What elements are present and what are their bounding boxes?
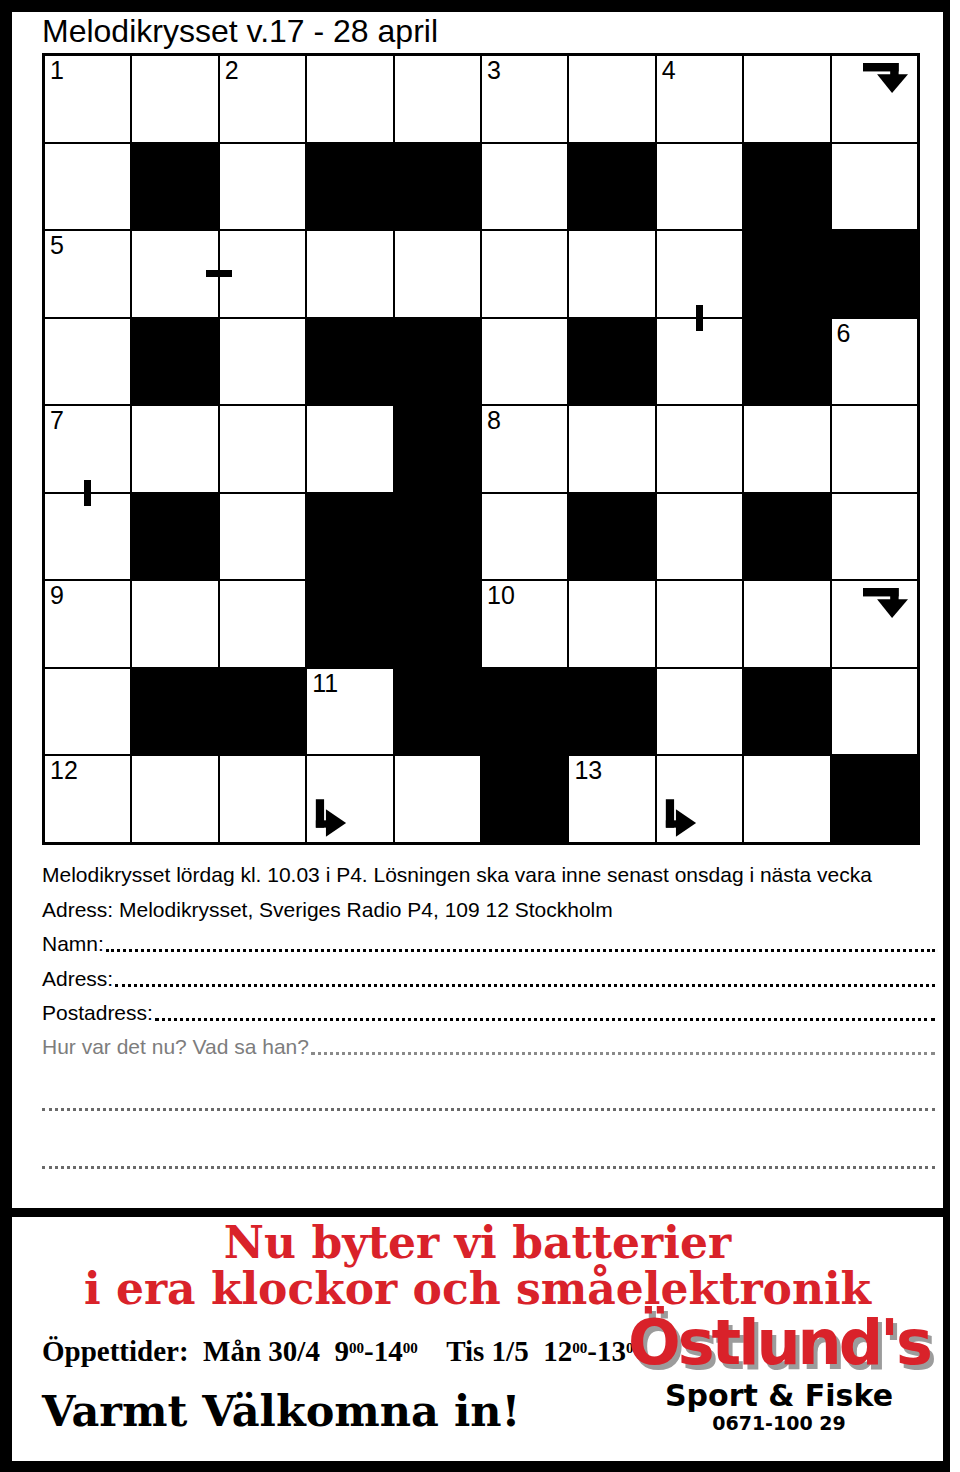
name-dotted-line[interactable] bbox=[106, 931, 935, 952]
word-divider bbox=[206, 270, 232, 277]
question-dotted-line[interactable] bbox=[311, 1034, 935, 1055]
cell-r5c7[interactable] bbox=[568, 405, 655, 493]
ad-separator-line bbox=[12, 1208, 943, 1217]
cell-r6c5-black bbox=[394, 493, 481, 581]
cell-r1c7[interactable] bbox=[568, 55, 655, 143]
cell-r3c1[interactable]: 5 bbox=[44, 230, 131, 318]
cell-r1c9[interactable] bbox=[743, 55, 830, 143]
answer-dotted-line-1[interactable] bbox=[42, 1082, 935, 1111]
opening-hours: Öppettider: Mån 30/4 900-1400 Tis 1/5 12… bbox=[42, 1335, 641, 1368]
cell-r2c5-black bbox=[394, 143, 481, 231]
cell-r3c6[interactable] bbox=[481, 230, 568, 318]
cell-r8c5-black bbox=[394, 668, 481, 756]
cell-r3c9-black bbox=[743, 230, 830, 318]
question-label: Hur var det nu? Vad sa han? bbox=[42, 1034, 309, 1060]
store-logo-name: Östlund's bbox=[628, 1308, 930, 1378]
page-border-top bbox=[0, 0, 950, 12]
cell-r4c10[interactable]: 6 bbox=[831, 318, 918, 406]
cell-r2c3[interactable] bbox=[219, 143, 306, 231]
cell-r8c6-black bbox=[481, 668, 568, 756]
cell-r3c3[interactable] bbox=[219, 230, 306, 318]
cell-r7c2[interactable] bbox=[131, 580, 218, 668]
cell-r8c3-black bbox=[219, 668, 306, 756]
cell-r8c1[interactable] bbox=[44, 668, 131, 756]
crossword-grid: 12345678910111213 bbox=[42, 53, 920, 845]
cell-r9c6-black bbox=[481, 755, 568, 843]
cell-r5c9[interactable] bbox=[743, 405, 830, 493]
cell-r9c8[interactable] bbox=[656, 755, 743, 843]
postal-address-text: Adress: Melodikrysset, Sveriges Radio P4… bbox=[42, 897, 935, 923]
clue-number-12: 12 bbox=[50, 758, 78, 783]
clue-number-8: 8 bbox=[487, 408, 501, 433]
cell-r4c8[interactable] bbox=[656, 318, 743, 406]
clue-number-6: 6 bbox=[837, 321, 851, 346]
cell-r1c5[interactable] bbox=[394, 55, 481, 143]
page-border-left bbox=[0, 0, 12, 1472]
clue-number-5: 5 bbox=[50, 233, 64, 258]
cell-r1c2[interactable] bbox=[131, 55, 218, 143]
cell-r4c6[interactable] bbox=[481, 318, 568, 406]
arrow-right-icon bbox=[664, 799, 697, 838]
cell-r9c9[interactable] bbox=[743, 755, 830, 843]
postal-code-dotted-line[interactable] bbox=[155, 1000, 935, 1021]
word-divider bbox=[84, 480, 91, 506]
cell-r5c5-black bbox=[394, 405, 481, 493]
ad-headline-1: Nu byter vi batterier bbox=[12, 1220, 943, 1266]
clue-number-7: 7 bbox=[50, 408, 64, 433]
cell-r3c7[interactable] bbox=[568, 230, 655, 318]
cell-r2c9-black bbox=[743, 143, 830, 231]
cell-r8c8[interactable] bbox=[656, 668, 743, 756]
cell-r1c1[interactable]: 1 bbox=[44, 55, 131, 143]
arrow-down-icon bbox=[863, 586, 908, 620]
cell-r1c8[interactable]: 4 bbox=[656, 55, 743, 143]
cell-r8c7-black bbox=[568, 668, 655, 756]
word-divider bbox=[696, 305, 703, 331]
cell-r9c4[interactable] bbox=[306, 755, 393, 843]
cell-r3c5[interactable] bbox=[394, 230, 481, 318]
cell-r4c5-black bbox=[394, 318, 481, 406]
cell-r6c1[interactable] bbox=[44, 493, 131, 581]
postal-code-label: Postadress: bbox=[42, 1000, 153, 1026]
cell-r1c4[interactable] bbox=[306, 55, 393, 143]
store-phone-number: 0671-100 29 bbox=[628, 1412, 930, 1434]
cell-r6c10[interactable] bbox=[831, 493, 918, 581]
cell-r2c4-black bbox=[306, 143, 393, 231]
cell-r6c4-black bbox=[306, 493, 393, 581]
cell-r5c4[interactable] bbox=[306, 405, 393, 493]
store-logo-tagline: Sport & Fiske bbox=[628, 1380, 930, 1412]
cell-r9c10-black bbox=[831, 755, 918, 843]
clue-number-4: 4 bbox=[662, 58, 676, 83]
cell-r3c10-black bbox=[831, 230, 918, 318]
cell-r6c8[interactable] bbox=[656, 493, 743, 581]
store-logo: Östlund's Sport & Fiske 0671-100 29 bbox=[628, 1308, 930, 1434]
cell-r2c2-black bbox=[131, 143, 218, 231]
cell-r8c2-black bbox=[131, 668, 218, 756]
cell-r7c1[interactable]: 9 bbox=[44, 580, 131, 668]
cell-r9c5[interactable] bbox=[394, 755, 481, 843]
arrow-down-icon bbox=[863, 61, 908, 95]
cell-r5c8[interactable] bbox=[656, 405, 743, 493]
clue-number-10: 10 bbox=[487, 583, 515, 608]
answer-dotted-line-2[interactable] bbox=[42, 1140, 935, 1169]
cell-r5c10[interactable] bbox=[831, 405, 918, 493]
question-field[interactable]: Hur var det nu? Vad sa han? bbox=[42, 1034, 935, 1060]
cell-r5c3[interactable] bbox=[219, 405, 306, 493]
cell-r4c3[interactable] bbox=[219, 318, 306, 406]
address-label: Adress: bbox=[42, 966, 113, 992]
clue-number-2: 2 bbox=[225, 58, 239, 83]
cell-r4c4-black bbox=[306, 318, 393, 406]
cell-r9c3[interactable] bbox=[219, 755, 306, 843]
broadcast-info-text: Melodikrysset lördag kl. 10.03 i P4. Lös… bbox=[42, 862, 935, 888]
cell-r8c4[interactable]: 11 bbox=[306, 668, 393, 756]
cell-r4c2-black bbox=[131, 318, 218, 406]
clue-number-11: 11 bbox=[312, 671, 338, 696]
cell-r7c5-black bbox=[394, 580, 481, 668]
cell-r9c7[interactable]: 13 bbox=[568, 755, 655, 843]
arrow-right-icon bbox=[314, 799, 347, 838]
cell-r2c6[interactable] bbox=[481, 143, 568, 231]
cell-r7c9[interactable] bbox=[743, 580, 830, 668]
cell-r3c4[interactable] bbox=[306, 230, 393, 318]
address-dotted-line[interactable] bbox=[115, 966, 935, 987]
cell-r9c1[interactable]: 12 bbox=[44, 755, 131, 843]
address-field[interactable]: Adress: bbox=[42, 966, 935, 992]
cell-r7c3[interactable] bbox=[219, 580, 306, 668]
clue-number-9: 9 bbox=[50, 583, 64, 608]
clue-number-1: 1 bbox=[50, 58, 64, 83]
cell-r1c3[interactable]: 2 bbox=[219, 55, 306, 143]
clue-number-3: 3 bbox=[487, 58, 501, 83]
postal-code-field[interactable]: Postadress: bbox=[42, 1000, 935, 1026]
cell-r9c2[interactable] bbox=[131, 755, 218, 843]
name-field[interactable]: Namn: bbox=[42, 931, 935, 957]
cell-r7c7[interactable] bbox=[568, 580, 655, 668]
cell-r7c10[interactable] bbox=[831, 580, 918, 668]
cell-r2c10[interactable] bbox=[831, 143, 918, 231]
cell-r6c9-black bbox=[743, 493, 830, 581]
cell-r6c6[interactable] bbox=[481, 493, 568, 581]
cell-r2c1[interactable] bbox=[44, 143, 131, 231]
cell-r6c2-black bbox=[131, 493, 218, 581]
cell-r6c3[interactable] bbox=[219, 493, 306, 581]
cell-r1c10[interactable] bbox=[831, 55, 918, 143]
cell-r1c6[interactable]: 3 bbox=[481, 55, 568, 143]
cell-r4c9-black bbox=[743, 318, 830, 406]
cell-r7c6[interactable]: 10 bbox=[481, 580, 568, 668]
page-title: Melodikrysset v.17 - 28 april bbox=[42, 12, 438, 50]
cell-r5c6[interactable]: 8 bbox=[481, 405, 568, 493]
cell-r7c8[interactable] bbox=[656, 580, 743, 668]
cell-r8c9-black bbox=[743, 668, 830, 756]
cell-r4c1[interactable] bbox=[44, 318, 131, 406]
cell-r7c4-black bbox=[306, 580, 393, 668]
clue-number-13: 13 bbox=[574, 758, 602, 783]
cell-r2c7-black bbox=[568, 143, 655, 231]
page-border-right bbox=[943, 0, 950, 1467]
cell-r8c10[interactable] bbox=[831, 668, 918, 756]
cell-r5c2[interactable] bbox=[131, 405, 218, 493]
cell-r2c8[interactable] bbox=[656, 143, 743, 231]
cell-r4c7-black bbox=[568, 318, 655, 406]
name-label: Namn: bbox=[42, 931, 104, 957]
page-border-bottom bbox=[0, 1461, 950, 1472]
ad-welcome-text: Varmt Välkomna in! bbox=[42, 1386, 520, 1436]
cell-r6c7-black bbox=[568, 493, 655, 581]
